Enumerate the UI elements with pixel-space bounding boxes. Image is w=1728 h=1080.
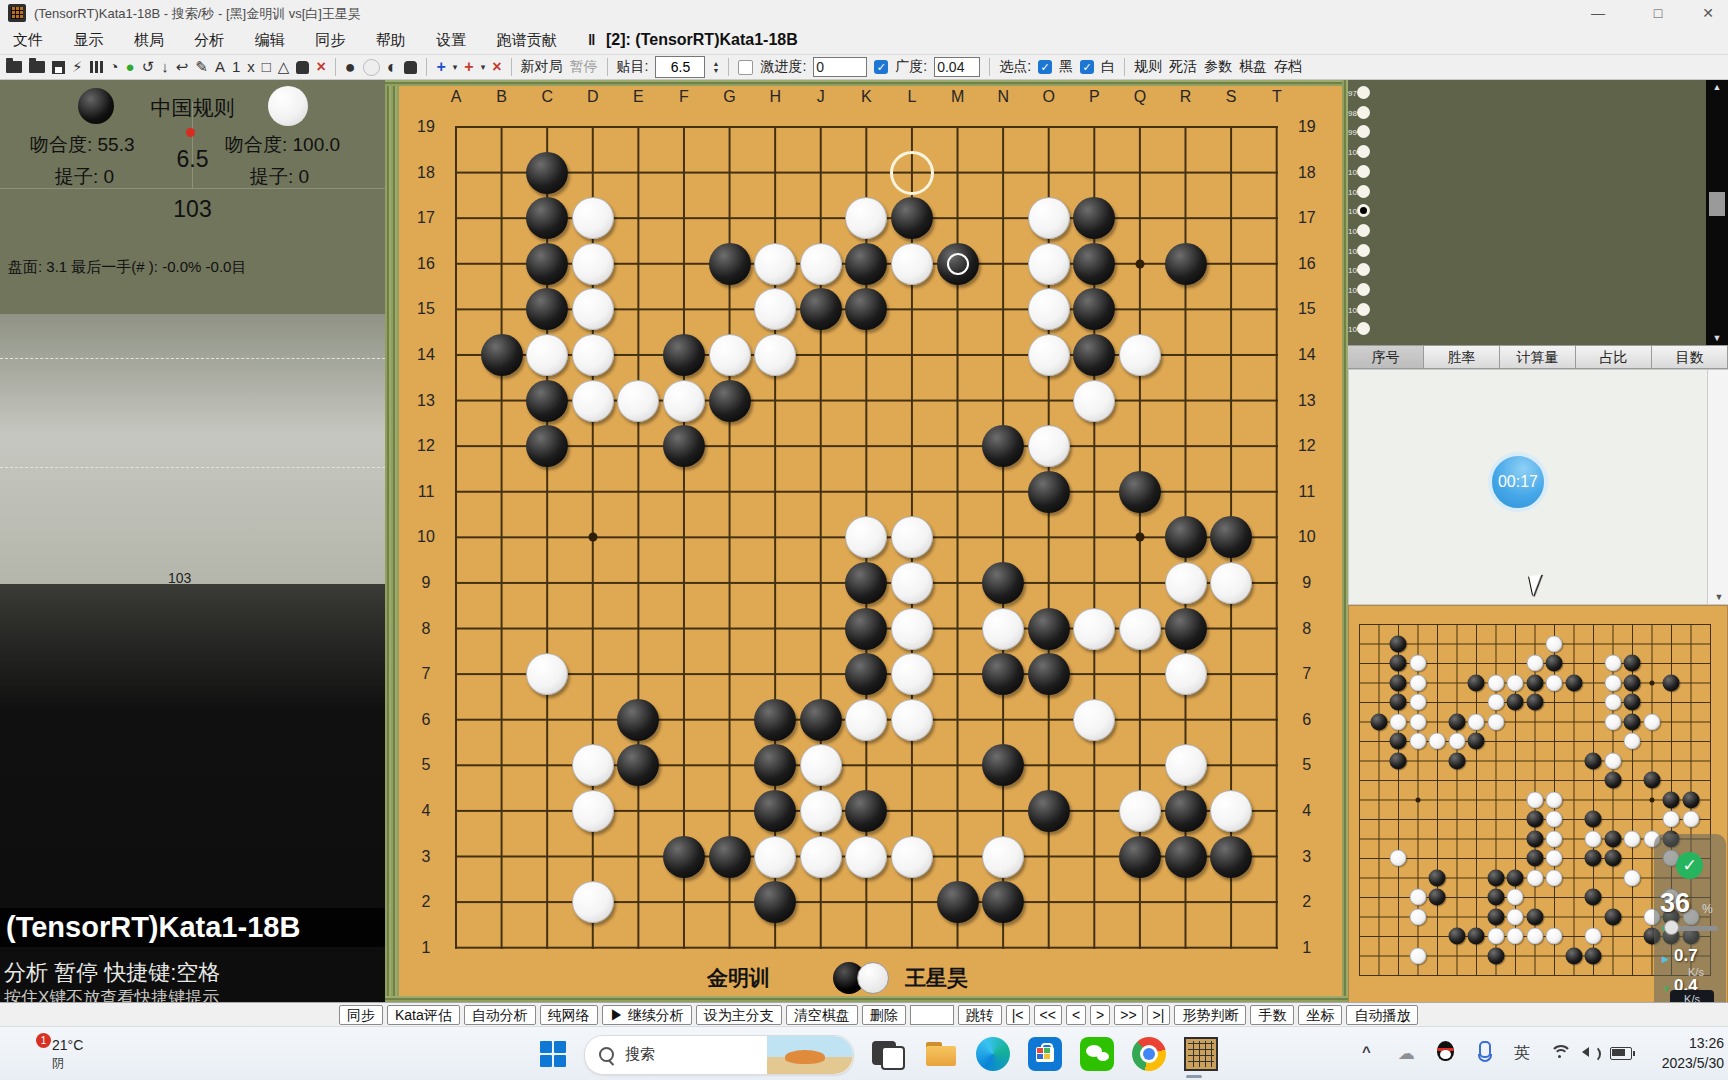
white-stone <box>891 836 933 878</box>
black-stone <box>1604 830 1621 847</box>
black-stone <box>1682 791 1699 808</box>
white-stone <box>1507 908 1524 925</box>
black-stone <box>1624 655 1641 672</box>
black-stone <box>982 562 1024 604</box>
white-stone <box>982 836 1024 878</box>
new-game-button[interactable]: 新对局 <box>521 58 563 76</box>
black-stone <box>526 288 568 330</box>
tray-chevron-icon[interactable]: ^ <box>1362 1043 1371 1060</box>
control-button-纯网络[interactable]: 纯网络 <box>540 1005 598 1025</box>
white-stone <box>1409 674 1426 691</box>
params-link[interactable]: 参数 <box>1204 58 1232 76</box>
black-stone-tool-icon[interactable]: ● <box>345 58 356 76</box>
move-list-node[interactable] <box>1357 303 1370 316</box>
info-panel: 中国规则 吻合度: 55.3 吻合度: 100.0 6.5 提子: 0 提子: … <box>0 80 385 1002</box>
onedrive-icon[interactable]: ☁ <box>1398 1043 1415 1064</box>
white-stone <box>1487 694 1504 711</box>
volume-icon[interactable] <box>1582 1043 1602 1059</box>
white-stone <box>800 243 842 285</box>
scroll-down-icon[interactable]: ▼ <box>1706 333 1728 343</box>
tab-score[interactable]: 目数 <box>1652 345 1728 369</box>
menu-file[interactable]: 文件 <box>0 26 56 55</box>
white-stone <box>1119 608 1161 650</box>
control-button-[interactable]: << <box>1034 1005 1062 1025</box>
black-stone <box>1585 752 1602 769</box>
white-stone <box>572 243 614 285</box>
white-stone <box>1119 334 1161 376</box>
alternate-stone-tool-icon[interactable]: ◐ <box>387 58 398 76</box>
menu-settings[interactable]: 设置 <box>423 26 479 55</box>
undo-icon[interactable]: ↩ <box>176 58 189 76</box>
column-label: K <box>861 88 872 106</box>
search-highlight-image[interactable] <box>767 1036 853 1074</box>
mouse-cursor <box>1529 574 1546 596</box>
white-stone <box>845 197 887 239</box>
breadth-value[interactable]: 0.04 <box>934 57 980 77</box>
black-stone <box>1448 713 1465 730</box>
black-stone <box>1390 733 1407 750</box>
suggested-move-marker[interactable] <box>890 151 934 195</box>
white-stone <box>1409 733 1426 750</box>
komi-input[interactable] <box>655 56 705 78</box>
clock-time[interactable]: 13:26 <box>1668 1035 1724 1051</box>
row-label: 16 <box>1298 255 1316 273</box>
black-stone <box>1165 836 1207 878</box>
black-stone <box>937 881 979 923</box>
chrome-button[interactable] <box>1132 1037 1166 1071</box>
white-stone <box>1604 694 1621 711</box>
column-label: S <box>1226 88 1237 106</box>
weather-temp[interactable]: 21°C <box>52 1037 83 1053</box>
weather-condition[interactable]: 阴 <box>52 1055 64 1072</box>
go-app-button[interactable] <box>1184 1037 1218 1071</box>
white-stone <box>1487 713 1504 730</box>
row-label: 12 <box>417 437 435 455</box>
search-icon <box>599 1047 614 1062</box>
white-stone <box>800 790 842 832</box>
open-folder-icon[interactable] <box>29 61 45 73</box>
rules-link[interactable]: 规则 <box>1134 58 1162 76</box>
black-stone <box>1210 516 1252 558</box>
save-icon[interactable] <box>52 61 65 74</box>
black-stone <box>1604 908 1621 925</box>
white-stone <box>572 744 614 786</box>
wechat-button[interactable] <box>1080 1037 1114 1071</box>
black-stone <box>800 699 842 741</box>
menu-bar: 文件 显示 棋局 分析 编辑 同步 帮助 设置 跑谱贡献 ‖ [2]: (Ten… <box>0 26 1728 54</box>
breadth-checkbox[interactable]: ✓ <box>874 60 888 74</box>
move-list-node[interactable] <box>1357 185 1370 198</box>
move-list-node[interactable] <box>1357 224 1370 237</box>
control-button-[interactable]: >| <box>1147 1005 1171 1025</box>
white-stone <box>891 699 933 741</box>
white-turn-toggle-icon[interactable] <box>857 962 889 994</box>
file-explorer-button[interactable] <box>924 1037 958 1071</box>
white-stone <box>800 836 842 878</box>
wifi-icon[interactable] <box>1550 1045 1570 1059</box>
white-stone <box>982 608 1024 650</box>
scroll-down-icon[interactable]: ▼ <box>1708 592 1728 602</box>
winrate-slider-thumb[interactable] <box>1664 920 1679 935</box>
white-stone <box>1487 928 1504 945</box>
white-stone <box>891 516 933 558</box>
white-stone <box>1165 562 1207 604</box>
label-a-icon[interactable]: A <box>215 58 225 76</box>
column-label: G <box>723 88 735 106</box>
control-button-设为主分支[interactable]: 设为主分支 <box>696 1005 782 1025</box>
aggressiveness-checkbox[interactable] <box>738 60 753 75</box>
white-stone <box>572 334 614 376</box>
black-stone <box>1210 836 1252 878</box>
menu-game[interactable]: 棋局 <box>121 26 177 55</box>
black-stone <box>1663 674 1680 691</box>
white-stone <box>1028 334 1070 376</box>
white-stone <box>1624 733 1641 750</box>
black-stone <box>1624 694 1641 711</box>
column-label: P <box>1089 88 1100 106</box>
archive-link[interactable]: 存档 <box>1274 58 1302 76</box>
aggressiveness-label: 激进度: <box>760 58 806 76</box>
black-stone <box>663 836 705 878</box>
select-point-label: 选点: <box>999 58 1031 76</box>
row-label: 19 <box>417 118 435 136</box>
qq-icon[interactable] <box>1437 1041 1454 1061</box>
hand-tool-icon[interactable] <box>404 61 417 74</box>
tab-visits[interactable]: 计算量 <box>1500 345 1576 369</box>
eraser-icon[interactable] <box>296 61 309 74</box>
white-stone <box>1165 744 1207 786</box>
black-stone <box>709 243 751 285</box>
black-stone <box>1643 772 1660 789</box>
select-black-checkbox[interactable]: ✓ <box>1038 60 1052 74</box>
menu-help[interactable]: 帮助 <box>363 26 419 55</box>
hotkey-hint-1: 分析 暂停 快捷键:空格 <box>4 958 220 988</box>
tab-winrate[interactable]: 胜率 <box>1424 345 1500 369</box>
white-stone <box>754 334 796 376</box>
white-stone <box>1429 733 1446 750</box>
row-label: 3 <box>1302 848 1311 866</box>
komi-spinner[interactable]: ▲▼ <box>712 60 719 74</box>
menu-display[interactable]: 显示 <box>60 26 116 55</box>
stats-icon[interactable] <box>90 61 103 73</box>
control-button-Kata评估[interactable]: Kata评估 <box>387 1005 460 1025</box>
black-stone <box>663 425 705 467</box>
row-label: 2 <box>1302 893 1311 911</box>
speed-up-icon: ▶ <box>1662 954 1669 964</box>
row-label: 5 <box>422 756 431 774</box>
microsoft-store-button[interactable] <box>1028 1037 1062 1071</box>
black-stone <box>1028 790 1070 832</box>
tab-share[interactable]: 占比 <box>1576 345 1652 369</box>
active-app-indicator <box>1186 1075 1202 1078</box>
white-stone <box>1546 791 1563 808</box>
black-stone <box>1546 655 1563 672</box>
control-button-[interactable]: >> <box>1114 1005 1142 1025</box>
move-list-number: 97 <box>1348 89 1357 98</box>
black-stone <box>1429 869 1446 886</box>
graph-gridline <box>0 358 385 359</box>
black-stone <box>1429 889 1446 906</box>
white-stone <box>1390 850 1407 867</box>
white-stone <box>572 288 614 330</box>
white-stone <box>1409 908 1426 925</box>
red-cross-caret-icon[interactable]: ▾ <box>481 58 486 76</box>
white-stone <box>572 197 614 239</box>
select-white-checkbox[interactable]: ✓ <box>1080 60 1094 74</box>
mark-square-icon[interactable]: □ <box>262 58 271 76</box>
black-stone <box>754 699 796 741</box>
jump-move-input[interactable] <box>910 1005 954 1025</box>
white-stone <box>1682 811 1699 828</box>
white-stone <box>891 608 933 650</box>
column-label: D <box>587 88 599 106</box>
row-label: 4 <box>422 802 431 820</box>
move-list-graph[interactable]: 979899100101102103104105106107108109 ▲ ▼ <box>1348 80 1728 345</box>
board-eval-line: 盘面: 3.1 最后一手(# ): -0.0% -0.0目 <box>8 258 246 277</box>
download-icon[interactable]: ↓ <box>161 58 169 76</box>
row-label: 10 <box>1298 528 1316 546</box>
taskbar: 1 21°C 阴 搜索 ^ ☁ 英 13:26 2023/5/30 <box>0 1026 1728 1080</box>
black-captures: 提子: 0 <box>55 164 114 190</box>
aggressiveness-value[interactable]: 0 <box>813 57 867 77</box>
detail-scrollbar[interactable]: ▼ <box>1707 370 1728 604</box>
black-stone <box>845 243 887 285</box>
column-label: J <box>817 88 825 106</box>
black-stone <box>1526 674 1543 691</box>
player-bar: 金明训 王星昊 <box>385 958 1348 998</box>
black-stone <box>1585 889 1602 906</box>
tab-index[interactable]: 序号 <box>1348 345 1424 369</box>
column-label: F <box>679 88 689 106</box>
clock-icon[interactable]: ◔ <box>110 58 119 76</box>
notification-badge: 1 <box>36 1033 51 1048</box>
column-label: Q <box>1134 88 1146 106</box>
black-stone <box>663 334 705 376</box>
white-stone <box>1546 674 1563 691</box>
control-button-自动分析[interactable]: 自动分析 <box>464 1005 536 1025</box>
row-label: 7 <box>422 665 431 683</box>
task-view-button[interactable] <box>872 1037 906 1071</box>
close-button[interactable]: ✕ <box>1688 3 1728 23</box>
column-label: C <box>541 88 553 106</box>
control-button-[interactable]: |< <box>1006 1005 1030 1025</box>
move-list-number: 99 <box>1348 128 1357 137</box>
row-label: 11 <box>418 483 435 501</box>
live-winrate: 36 <box>1660 888 1690 919</box>
blue-cross-caret-icon[interactable]: ▾ <box>453 58 458 76</box>
black-stone <box>1390 694 1407 711</box>
graph-gridline <box>0 467 385 468</box>
black-stone <box>845 288 887 330</box>
black-stone <box>1565 674 1582 691</box>
move-list-node[interactable] <box>1357 125 1370 138</box>
control-button-删除[interactable]: 删除 <box>862 1005 906 1025</box>
control-button-[interactable]: < <box>1066 1005 1086 1025</box>
white-stone <box>800 744 842 786</box>
white-stone <box>1546 850 1563 867</box>
control-button-自动播放[interactable]: 自动播放 <box>1346 1005 1418 1025</box>
white-stone <box>1165 653 1207 695</box>
black-stone <box>1487 889 1504 906</box>
analysis-detail-area: 00:17 ▼ <box>1348 369 1728 605</box>
move-list-node[interactable] <box>1357 165 1370 178</box>
black-stone <box>1390 635 1407 652</box>
white-stone <box>754 243 796 285</box>
black-stone <box>1663 791 1680 808</box>
delete-mark-icon[interactable]: × <box>316 58 325 76</box>
white-stone <box>1409 694 1426 711</box>
menu-contribute[interactable]: 跑谱贡献 <box>484 26 570 55</box>
row-label: 9 <box>422 574 431 592</box>
lightning-icon[interactable]: ⚡ <box>72 58 83 76</box>
white-stone <box>1546 635 1563 652</box>
hoshi-point <box>1136 533 1145 542</box>
live-status-overlay: ✓ 36 % ▶ 0.7 K/s ▼ 0.4 K/s <box>1654 834 1726 1012</box>
mark-triangle-icon[interactable]: △ <box>278 58 290 76</box>
black-stone <box>1028 653 1070 695</box>
black-stone <box>1526 811 1543 828</box>
clock-date[interactable]: 2023/5/30 <box>1648 1055 1724 1071</box>
select-black-label: 黑 <box>1059 58 1073 76</box>
move-list-node[interactable] <box>1357 322 1370 335</box>
black-stone <box>526 197 568 239</box>
white-stone <box>1604 713 1621 730</box>
black-stone <box>1585 850 1602 867</box>
move-list-node[interactable] <box>1357 244 1370 257</box>
move-list-node[interactable] <box>1357 283 1370 296</box>
row-label: 3 <box>422 848 431 866</box>
row-label: 16 <box>417 255 435 273</box>
white-stone <box>1448 733 1465 750</box>
menu-edit[interactable]: 编辑 <box>242 26 298 55</box>
row-label: 6 <box>422 711 431 729</box>
white-stone <box>1390 713 1407 730</box>
hoshi-point <box>1415 797 1420 802</box>
black-stone <box>982 744 1024 786</box>
scroll-up-icon[interactable]: ▲ <box>1706 82 1728 92</box>
edge-browser-button[interactable] <box>976 1037 1010 1071</box>
move-list-node[interactable] <box>1357 145 1370 158</box>
scrollbar-thumb[interactable] <box>1709 192 1725 216</box>
row-label: 1 <box>422 939 431 957</box>
ime-indicator[interactable]: 英 <box>1514 1043 1530 1064</box>
black-stone <box>1073 334 1115 376</box>
white-stone <box>1526 869 1543 886</box>
white-player-name: 王星昊 <box>905 964 968 992</box>
white-stone <box>1487 674 1504 691</box>
search-box[interactable]: 搜索 <box>584 1035 854 1075</box>
divider <box>0 188 385 189</box>
row-label: 18 <box>417 164 435 182</box>
control-button-手数[interactable]: 手数 <box>1250 1005 1294 1025</box>
hoshi-point <box>1649 797 1654 802</box>
analysis-tabs: 序号 胜率 计算量 占比 目数 <box>1348 345 1728 369</box>
black-stone <box>1119 471 1161 513</box>
clear-tool-icon[interactable]: × <box>492 58 501 76</box>
white-stone <box>617 380 659 422</box>
row-label: 17 <box>1298 209 1316 227</box>
control-button-跳转[interactable]: 跳转 <box>958 1005 1002 1025</box>
row-label: 18 <box>1298 164 1316 182</box>
mark-x-icon[interactable]: x <box>247 58 255 76</box>
move-list-scrollbar[interactable]: ▲ ▼ <box>1706 80 1728 345</box>
black-stone <box>1165 790 1207 832</box>
white-stone-tool-icon[interactable] <box>363 59 380 76</box>
black-stone <box>526 425 568 467</box>
black-stone <box>1604 772 1621 789</box>
lifedeath-link[interactable]: 死活 <box>1169 58 1197 76</box>
move-list-node[interactable] <box>1357 86 1370 99</box>
engine-running-icon[interactable]: ● <box>126 58 135 76</box>
black-stone <box>891 197 933 239</box>
black-stone <box>481 334 523 376</box>
black-stone <box>526 380 568 422</box>
black-stone <box>1507 869 1524 886</box>
white-stone <box>1546 811 1563 828</box>
move-list-node[interactable] <box>1357 106 1370 119</box>
pencil-icon[interactable]: ✎ <box>195 58 208 76</box>
board-link[interactable]: 棋盘 <box>1239 58 1267 76</box>
winrate-graph[interactable]: 103 <box>0 314 385 584</box>
black-stone <box>709 836 751 878</box>
black-stone <box>1390 752 1407 769</box>
komi-label: 贴目: <box>617 58 649 76</box>
row-label: 8 <box>422 620 431 638</box>
start-button[interactable] <box>540 1041 566 1067</box>
menu-sync[interactable]: 同步 <box>302 26 358 55</box>
battery-icon[interactable] <box>1610 1047 1632 1060</box>
maximize-button[interactable]: □ <box>1638 3 1678 23</box>
control-button-形势判断[interactable]: 形势判断 <box>1174 1005 1246 1025</box>
white-stone <box>526 653 568 695</box>
minimize-button[interactable]: — <box>1578 3 1618 23</box>
pause-button[interactable]: 暂停 <box>570 58 598 76</box>
black-stone <box>1119 836 1161 878</box>
microphone-icon[interactable] <box>1479 1041 1491 1058</box>
control-button-[interactable]: > <box>1090 1005 1110 1025</box>
white-stone <box>845 516 887 558</box>
control-button-坐标[interactable]: 坐标 <box>1298 1005 1342 1025</box>
row-label: 14 <box>1298 346 1316 364</box>
white-stone <box>1073 608 1115 650</box>
timer-badge: 00:17 <box>1488 452 1548 512</box>
row-label: 11 <box>1298 483 1315 501</box>
white-stone <box>1028 425 1070 467</box>
black-stone <box>1604 850 1621 867</box>
control-button-清空棋盘[interactable]: 清空棋盘 <box>786 1005 858 1025</box>
white-stone <box>1507 889 1524 906</box>
white-stone <box>1624 869 1641 886</box>
column-label: B <box>496 88 507 106</box>
move-list-node[interactable] <box>1357 263 1370 276</box>
white-stone <box>663 380 705 422</box>
black-stone <box>1624 674 1641 691</box>
control-button-同步[interactable]: 同步 <box>339 1005 383 1025</box>
control-button-继续分析[interactable]: ▶ 继续分析 <box>602 1005 692 1025</box>
white-stone <box>1604 752 1621 769</box>
label-number-icon[interactable]: 1 <box>232 58 240 76</box>
main-board[interactable]: ABCDEFGHJKLMNOPQRST191918181717161615151… <box>385 80 1348 1002</box>
select-white-label: 白 <box>1101 58 1115 76</box>
menu-analysis[interactable]: 分析 <box>181 26 237 55</box>
white-stone <box>1585 830 1602 847</box>
open-game-icon[interactable] <box>6 61 22 73</box>
rotate-icon[interactable]: ↺ <box>142 58 155 76</box>
white-stone <box>1409 889 1426 906</box>
red-cross-tool-icon[interactable]: + <box>464 58 473 76</box>
blue-cross-tool-icon[interactable]: + <box>436 58 445 76</box>
black-stone <box>526 152 568 194</box>
